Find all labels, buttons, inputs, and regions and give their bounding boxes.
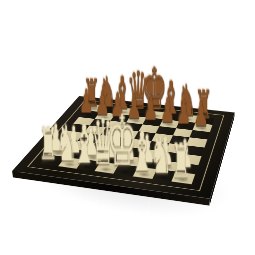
black-pawn-g7: ♟ — [177, 96, 192, 130]
white-knight-g1: ♞ — [150, 129, 173, 181]
black-pawn-h7: ♟ — [194, 97, 209, 131]
board-grid: ♜♞♝♛♚♝♞♜♟♟♟♟♟♟♟♟♟♟♟♟♟♟♟♟♜♞♝♛♚♝♞♜ — [40, 104, 215, 184]
white-rook-h1: ♜ — [171, 137, 192, 184]
black-pawn-f7: ♟ — [160, 94, 175, 128]
product-photo: ♜♞♝♛♚♝♞♜♟♟♟♟♟♟♟♟♟♟♟♟♟♟♟♟♜♞♝♛♚♝♞♜ — [0, 0, 255, 255]
